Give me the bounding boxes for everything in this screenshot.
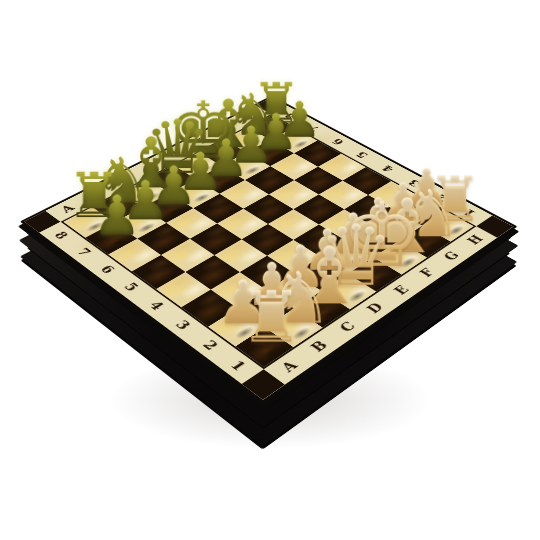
piece-black-pawn-a7[interactable]: ♟	[92, 190, 141, 242]
product-photo: ABCDEFGH ABCDEFGH 87654321 87654321 ♜♞♝♛…	[0, 0, 540, 540]
piece-white-rook-a1[interactable]: ♜	[240, 285, 303, 352]
